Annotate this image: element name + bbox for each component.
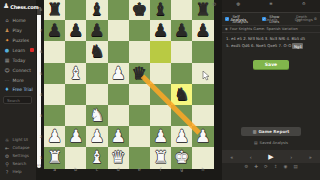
square-d7[interactable] (108, 20, 129, 41)
analysis-tab-icon: ◎ (222, 1, 255, 6)
sidebar-item-search[interactable]: ⚲ Search (4, 160, 26, 167)
white-bishop[interactable]: ♝ (65, 63, 86, 84)
share-icon[interactable]: ↥ (274, 164, 278, 169)
move-list-line1[interactable]: 1. e4 e5 2. Nf3 Nc6 3. Nc3 Nf6 4. Bb5 d5 (226, 36, 318, 42)
square-e5[interactable]: ♛ (129, 63, 150, 84)
help-icon: ? (4, 169, 10, 175)
square-c7[interactable]: ♟ (86, 20, 107, 41)
black-pawn[interactable]: ♟ (192, 20, 213, 41)
square-e4[interactable] (129, 84, 150, 105)
rank-label-5: 5 (38, 71, 44, 76)
file-label-c: c (86, 167, 107, 172)
search-icon: ⚲ (4, 161, 10, 167)
sidebar-item-light-ui[interactable]: ☼ Light UI (4, 136, 28, 143)
sidebar-item-help[interactable]: ? Help (4, 168, 22, 175)
rank-label-2: 2 (38, 134, 44, 139)
board-wrap: ♜♝♚♝♜♟♟♟♟♟♟♞♝♟♛♞♞♟♟♟♟♟♟♟♜♝♛♜♚ (44, 0, 214, 169)
square-c1[interactable]: ♝ (86, 147, 107, 168)
square-h1[interactable] (192, 147, 213, 168)
sidebar-item-today[interactable]: ▦ Today (4, 56, 26, 64)
square-a1[interactable]: ♜ (44, 147, 65, 168)
square-f3[interactable] (150, 105, 171, 126)
square-a3[interactable] (44, 105, 65, 126)
today-icon: ▦ (4, 57, 10, 63)
details-tab-icon: ≡ (255, 1, 288, 6)
white-pawn[interactable]: ♟ (86, 126, 107, 147)
square-h3[interactable] (192, 105, 213, 126)
game-report-button[interactable]: ▥ Game Report (241, 127, 301, 136)
settings-icon[interactable]: ⚙ (244, 164, 248, 169)
white-king[interactable]: ♚ (171, 147, 192, 168)
black-king[interactable]: ♚ (129, 0, 150, 20)
square-b4[interactable] (65, 84, 86, 105)
square-e7[interactable] (129, 20, 150, 41)
show-lines-checkbox[interactable]: ✓ (262, 17, 266, 22)
square-c8[interactable]: ♝ (86, 0, 107, 20)
analysis-options-row: ✓ Self Analysis ✓ Show Lines Depth 11 ⚙ (225, 15, 317, 23)
square-f7[interactable]: ♟ (150, 20, 171, 41)
light-ui-icon: ☼ (4, 137, 10, 143)
square-d2[interactable]: ♟ (108, 126, 129, 147)
file-label-f: f (150, 167, 171, 172)
opening-book-icon: ◆ (225, 27, 228, 31)
analysis-panel: ◎ Analysis ≡ Details ⚙ Openings ✓ Self A… (222, 0, 320, 180)
square-h4[interactable] (192, 84, 213, 105)
sidebar-search-input[interactable] (3, 96, 32, 104)
saved-analysis-link[interactable]: ▤ Saved Analysis (222, 140, 320, 145)
white-pawn[interactable]: ♟ (44, 126, 65, 147)
more-icon: ⋯ (4, 77, 10, 83)
square-b3[interactable] (65, 105, 86, 126)
black-knight[interactable]: ♞ (171, 84, 192, 105)
square-g8[interactable] (171, 0, 192, 20)
openings-tab-icon: ⚙ (287, 1, 320, 6)
square-f8[interactable]: ♝ (150, 0, 171, 20)
rank-labels: 87654321 (38, 0, 44, 169)
rank-label-3: 3 (38, 113, 44, 118)
collapse-icon: ⇤ (4, 145, 10, 151)
white-pawn[interactable]: ♟ (108, 63, 129, 84)
square-a8[interactable]: ♜ (44, 0, 65, 20)
jump-end-button[interactable]: » (309, 154, 312, 160)
file-label-d: d (108, 167, 129, 172)
square-c3[interactable]: ♞ (86, 105, 107, 126)
report-icon: ▥ (253, 129, 257, 134)
square-g1[interactable]: ♚ (171, 147, 192, 168)
white-knight[interactable]: ♞ (86, 105, 107, 126)
sidebar-item-play[interactable]: ♟ Play (4, 26, 22, 34)
black-rook[interactable]: ♜ (44, 0, 65, 20)
black-queen[interactable]: ♛ (129, 63, 150, 84)
square-c4[interactable] (86, 84, 107, 105)
square-d3[interactable] (108, 105, 129, 126)
black-pawn[interactable]: ♟ (44, 20, 65, 41)
square-h6[interactable] (192, 41, 213, 62)
file-label-a: a (44, 167, 65, 172)
square-f6[interactable] (150, 41, 171, 62)
black-pawn[interactable]: ♟ (65, 20, 86, 41)
rank-label-8: 8 (38, 7, 44, 12)
white-pawn[interactable]: ♟ (65, 126, 86, 147)
black-knight[interactable]: ♞ (86, 41, 107, 62)
rank-label-7: 7 (38, 28, 44, 33)
white-rook[interactable]: ♜ (44, 147, 65, 168)
file-label-b: b (65, 167, 86, 172)
sidebar-item-collapse[interactable]: ⇤ Collapse (4, 144, 30, 151)
depth-control[interactable]: Depth 11 ⚙ (296, 15, 317, 23)
rank-label-6: 6 (38, 49, 44, 54)
black-pawn[interactable]: ♟ (171, 20, 192, 41)
tab-details[interactable]: ≡ Details (255, 0, 288, 12)
sidebar: ♟ Chess.com ⌂ Home ♟ Play ✦ Puzzles ● Le… (0, 0, 36, 180)
opening-name: Four Knights Game: Spanish Variation (230, 27, 298, 31)
tab-analysis[interactable]: ◎ Analysis (222, 0, 255, 12)
square-b5[interactable]: ♝ (65, 63, 86, 84)
sidebar-item-connect[interactable]: ☺ Connect (4, 66, 31, 74)
square-d1[interactable]: ♛ (108, 147, 129, 168)
black-bishop[interactable]: ♝ (150, 0, 171, 20)
current-move-badge[interactable]: Ng4 (292, 43, 303, 49)
square-h5[interactable] (192, 63, 213, 84)
gear-icon: ⚙ (4, 153, 10, 159)
black-pawn[interactable]: ♟ (150, 20, 171, 41)
back-button[interactable]: ‹ (250, 154, 252, 160)
sidebar-item-puzzles[interactable]: ✦ Puzzles (4, 36, 29, 44)
sidebar-item-learn[interactable]: ● Learn (4, 46, 34, 54)
add-line-icon[interactable]: ✚ (254, 164, 258, 169)
square-b1[interactable] (65, 147, 86, 168)
square-a2[interactable]: ♟ (44, 126, 65, 147)
black-pawn[interactable]: ♟ (86, 20, 107, 41)
save-button[interactable]: Save (253, 60, 289, 69)
puzzles-icon: ✦ (4, 37, 10, 43)
square-c2[interactable]: ♟ (86, 126, 107, 147)
square-f1[interactable]: ♜ (150, 147, 171, 168)
board-tools-row: ⚙ ✚ ⟳ ↥ ◉ ▤ (222, 164, 320, 169)
logo-text: Chess.com (10, 4, 38, 10)
white-pawn[interactable]: ♟ (171, 126, 192, 147)
square-f2[interactable]: ♟ (150, 126, 171, 147)
square-e8[interactable]: ♚ (129, 0, 150, 20)
depth-gear-icon: ⚙ (314, 17, 317, 21)
sidebar-item-more[interactable]: ⋯ More (4, 76, 24, 84)
play-button[interactable]: ▶ (268, 153, 273, 161)
depth-value: Depth 11 (296, 15, 312, 23)
square-b8[interactable] (65, 0, 86, 20)
white-queen[interactable]: ♛ (108, 147, 129, 168)
square-g4[interactable]: ♞ (171, 84, 192, 105)
home-icon: ⌂ (4, 17, 10, 23)
square-g6[interactable] (171, 41, 192, 62)
square-e2[interactable] (129, 126, 150, 147)
opening-row[interactable]: ◆ Four Knights Game: Spanish Variation (222, 25, 320, 33)
white-pawn[interactable]: ♟ (192, 126, 213, 147)
square-a7[interactable]: ♟ (44, 20, 65, 41)
flip-board-icon[interactable]: ⟳ (264, 164, 268, 169)
square-c5[interactable] (86, 63, 107, 84)
white-pawn[interactable]: ♟ (150, 126, 171, 147)
square-e3[interactable] (129, 105, 150, 126)
rank-label-4: 4 (38, 92, 44, 97)
move-list-line2[interactable]: 5. exd5 Qd6 6. Nxe5 Qxe5 7. O-O Ng4 (226, 43, 318, 49)
square-e6[interactable] (129, 41, 150, 62)
sidebar-item-settings[interactable]: ⚙ Settings (4, 152, 29, 159)
square-d5[interactable]: ♟ (108, 63, 129, 84)
square-d4[interactable] (108, 84, 129, 105)
file-label-g: g (171, 167, 192, 172)
sidebar-item-home[interactable]: ⌂ Home (4, 16, 26, 24)
tab-openings[interactable]: ⚙ Openings (287, 0, 320, 12)
white-pawn[interactable]: ♟ (108, 126, 129, 147)
square-h2[interactable]: ♟ (192, 126, 213, 147)
delete-icon[interactable]: ▤ (294, 164, 298, 169)
self-analysis-checkbox[interactable]: ✓ (225, 17, 229, 22)
sidebar-item-free-trial[interactable]: ♦ Free Trial (4, 85, 33, 93)
square-c6[interactable]: ♞ (86, 41, 107, 62)
square-b2[interactable]: ♟ (65, 126, 86, 147)
file-label-h: h (192, 167, 213, 172)
rank-label-1: 1 (38, 155, 44, 160)
learn-icon: ● (4, 47, 10, 53)
square-g2[interactable]: ♟ (171, 126, 192, 147)
pawn-logo-icon: ♟ (3, 3, 9, 10)
diamond-icon: ♦ (4, 86, 10, 92)
panel-tabbar: ◎ Analysis ≡ Details ⚙ Openings (222, 0, 320, 13)
file-label-e: e (129, 167, 150, 172)
jump-start-button[interactable]: « (230, 154, 233, 160)
square-a6[interactable] (44, 41, 65, 62)
board: ♜♝♚♝♜♟♟♟♟♟♟♞♝♟♛♞♞♟♟♟♟♟♟♟♜♝♛♜♚ (44, 0, 214, 169)
white-rook[interactable]: ♜ (150, 147, 171, 168)
black-rook[interactable]: ♜ (192, 0, 213, 20)
square-b7[interactable]: ♟ (65, 20, 86, 41)
square-d6[interactable] (108, 41, 129, 62)
forward-button[interactable]: › (290, 154, 292, 160)
square-a4[interactable] (44, 84, 65, 105)
chesscom-logo[interactable]: ♟ Chess.com (3, 3, 39, 10)
square-g5[interactable] (171, 63, 192, 84)
square-h8[interactable]: ♜ (192, 0, 213, 20)
black-bishop[interactable]: ♝ (86, 0, 107, 20)
saved-analysis-icon: ▤ (254, 140, 258, 145)
square-e1[interactable] (129, 147, 150, 168)
learn-notification-badge (30, 48, 34, 52)
playback-controls: « ‹ ▶ › » (222, 150, 320, 163)
square-g3[interactable] (171, 105, 192, 126)
square-b6[interactable] (65, 41, 86, 62)
square-f5[interactable] (150, 63, 171, 84)
square-a5[interactable] (44, 63, 65, 84)
play-icon: ♟ (4, 27, 10, 33)
square-g7[interactable]: ♟ (171, 20, 192, 41)
square-f4[interactable] (150, 84, 171, 105)
square-d8[interactable] (108, 0, 129, 20)
board-settings-gear-icon[interactable]: ⚙ (212, 1, 216, 7)
connect-icon: ☺ (4, 67, 10, 73)
white-bishop[interactable]: ♝ (86, 147, 107, 168)
record-icon[interactable]: ◉ (284, 164, 288, 169)
square-h7[interactable]: ♟ (192, 20, 213, 41)
